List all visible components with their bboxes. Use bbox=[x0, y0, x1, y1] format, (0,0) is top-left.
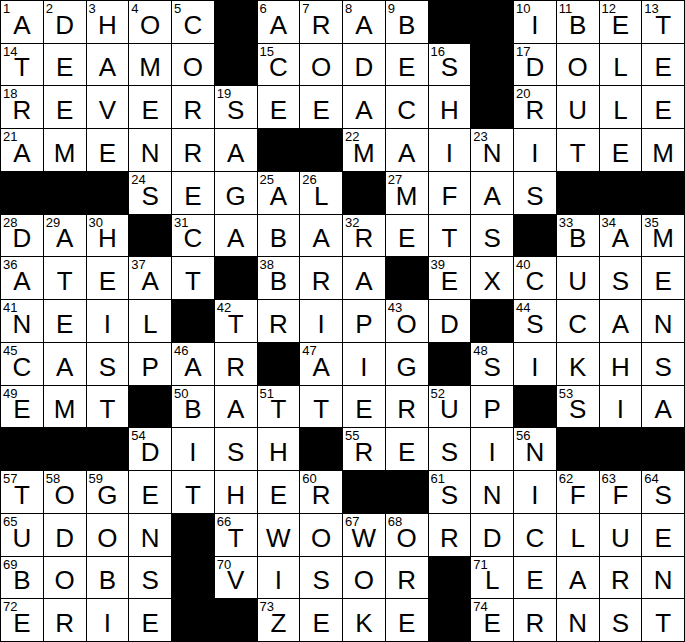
grid-cell-r6c9[interactable]: 32R bbox=[343, 215, 385, 257]
grid-cell-r12c14[interactable]: 62F bbox=[557, 471, 599, 513]
grid-cell-r7c12[interactable]: X bbox=[471, 257, 513, 299]
grid-cell-r6c14[interactable]: 33B bbox=[557, 215, 599, 257]
grid-cell-r7c15[interactable]: S bbox=[600, 257, 642, 299]
grid-cell-r6c6[interactable]: A bbox=[215, 215, 257, 257]
grid-cell-r13c2[interactable]: D bbox=[44, 514, 86, 556]
cell-letter: T bbox=[1, 481, 43, 509]
grid-cell-r11c10[interactable]: E bbox=[386, 428, 428, 470]
grid-cell-r15c7[interactable]: 73Z bbox=[258, 599, 300, 641]
cell-letter: I bbox=[514, 481, 556, 509]
grid-cell-r10c2[interactable]: M bbox=[44, 386, 86, 428]
grid-cell-r1c10[interactable]: 9B bbox=[386, 1, 428, 43]
black-cell bbox=[429, 343, 471, 385]
grid-cell-r6c8[interactable]: A bbox=[300, 215, 342, 257]
cell-letter: D bbox=[514, 53, 556, 81]
grid-cell-r6c2[interactable]: 29A bbox=[44, 215, 86, 257]
cell-letter: S bbox=[514, 310, 556, 338]
black-cell bbox=[44, 428, 86, 470]
grid-cell-r15c9[interactable]: K bbox=[343, 599, 385, 641]
grid-cell-r14c6[interactable]: 70V bbox=[215, 557, 257, 599]
grid-cell-r10c16[interactable]: A bbox=[642, 386, 684, 428]
grid-cell-r13c13[interactable]: C bbox=[514, 514, 556, 556]
grid-cell-r5c5[interactable]: E bbox=[172, 172, 214, 214]
grid-cell-r3c5[interactable]: R bbox=[172, 86, 214, 128]
grid-cell-r4c15[interactable]: E bbox=[600, 129, 642, 171]
grid-cell-r10c11[interactable]: 52U bbox=[429, 386, 471, 428]
grid-cell-r2c2[interactable]: E bbox=[44, 44, 86, 86]
black-cell bbox=[129, 215, 171, 257]
cell-letter: A bbox=[300, 353, 342, 381]
grid-cell-r5c11[interactable]: F bbox=[429, 172, 471, 214]
cell-letter: I bbox=[87, 609, 129, 637]
grid-cell-r10c14[interactable]: 53S bbox=[557, 386, 599, 428]
grid-cell-r7c2[interactable]: T bbox=[44, 257, 86, 299]
grid-cell-r8c16[interactable]: N bbox=[642, 300, 684, 342]
grid-cell-r15c1[interactable]: 72E bbox=[1, 599, 43, 641]
grid-cell-r12c4[interactable]: E bbox=[129, 471, 171, 513]
cell-letter: A bbox=[386, 139, 428, 167]
grid-cell-r1c9[interactable]: 8A bbox=[343, 1, 385, 43]
grid-cell-r6c10[interactable]: E bbox=[386, 215, 428, 257]
grid-cell-r12c12[interactable]: N bbox=[471, 471, 513, 513]
grid-cell-r15c4[interactable]: E bbox=[129, 599, 171, 641]
black-cell bbox=[343, 471, 385, 513]
grid-cell-r1c7[interactable]: 6A bbox=[258, 1, 300, 43]
black-cell bbox=[471, 44, 513, 86]
cell-letter: E bbox=[129, 481, 171, 509]
grid-cell-r3c16[interactable]: E bbox=[642, 86, 684, 128]
grid-cell-r13c10[interactable]: 68O bbox=[386, 514, 428, 556]
cell-letter: T bbox=[172, 267, 214, 295]
grid-cell-r13c3[interactable]: O bbox=[87, 514, 129, 556]
cell-letter: G bbox=[215, 182, 257, 210]
cell-letter: E bbox=[44, 310, 86, 338]
grid-cell-r9c8[interactable]: 47A bbox=[300, 343, 342, 385]
cell-letter: A bbox=[343, 267, 385, 295]
grid-cell-r2c9[interactable]: D bbox=[343, 44, 385, 86]
grid-cell-r8c13[interactable]: 44S bbox=[514, 300, 556, 342]
cell-letter: S bbox=[557, 395, 599, 423]
grid-cell-r10c1[interactable]: 49E bbox=[1, 386, 43, 428]
grid-cell-r15c3[interactable]: I bbox=[87, 599, 129, 641]
cell-letter: C bbox=[386, 96, 428, 124]
cell-letter: N bbox=[642, 566, 684, 594]
grid-cell-r7c11[interactable]: 39E bbox=[429, 257, 471, 299]
grid-cell-r3c13[interactable]: 20R bbox=[514, 86, 556, 128]
grid-cell-r3c11[interactable]: H bbox=[429, 86, 471, 128]
grid-cell-r14c14[interactable]: A bbox=[557, 557, 599, 599]
grid-cell-r8c14[interactable]: C bbox=[557, 300, 599, 342]
cell-letter: B bbox=[557, 224, 599, 252]
cell-letter: V bbox=[87, 96, 129, 124]
grid-cell-r7c16[interactable]: E bbox=[642, 257, 684, 299]
grid-cell-r1c3[interactable]: 3H bbox=[87, 1, 129, 43]
grid-cell-r12c5[interactable]: T bbox=[172, 471, 214, 513]
cell-letter: A bbox=[471, 182, 513, 210]
grid-cell-r1c8[interactable]: 7R bbox=[300, 1, 342, 43]
cell-letter: G bbox=[386, 353, 428, 381]
grid-cell-r3c1[interactable]: 18R bbox=[1, 86, 43, 128]
grid-cell-r11c7[interactable]: H bbox=[258, 428, 300, 470]
grid-cell-r5c7[interactable]: 25A bbox=[258, 172, 300, 214]
grid-cell-r10c3[interactable]: T bbox=[87, 386, 129, 428]
grid-cell-r7c9[interactable]: A bbox=[343, 257, 385, 299]
grid-cell-r8c2[interactable]: E bbox=[44, 300, 86, 342]
grid-cell-r9c3[interactable]: S bbox=[87, 343, 129, 385]
cell-letter: D bbox=[429, 310, 471, 338]
black-cell bbox=[514, 215, 556, 257]
grid-cell-r15c16[interactable]: T bbox=[642, 599, 684, 641]
grid-cell-r5c13[interactable]: S bbox=[514, 172, 556, 214]
cell-letter: T bbox=[215, 524, 257, 552]
black-cell bbox=[215, 257, 257, 299]
grid-cell-r14c2[interactable]: O bbox=[44, 557, 86, 599]
cell-letter: R bbox=[386, 566, 428, 594]
cell-letter: E bbox=[129, 96, 171, 124]
grid-cell-r1c13[interactable]: 10I bbox=[514, 1, 556, 43]
grid-cell-r4c14[interactable]: T bbox=[557, 129, 599, 171]
grid-cell-r2c8[interactable]: O bbox=[300, 44, 342, 86]
black-cell bbox=[514, 386, 556, 428]
grid-cell-r3c6[interactable]: 19S bbox=[215, 86, 257, 128]
cell-letter: A bbox=[642, 395, 684, 423]
grid-cell-r11c13[interactable]: 56N bbox=[514, 428, 556, 470]
grid-cell-r5c8[interactable]: 26L bbox=[300, 172, 342, 214]
cell-letter: S bbox=[471, 353, 513, 381]
grid-cell-r8c4[interactable]: L bbox=[129, 300, 171, 342]
grid-cell-r2c16[interactable]: E bbox=[642, 44, 684, 86]
grid-cell-r8c7[interactable]: R bbox=[258, 300, 300, 342]
grid-cell-r11c4[interactable]: 54D bbox=[129, 428, 171, 470]
grid-cell-r13c12[interactable]: D bbox=[471, 514, 513, 556]
grid-cell-r4c6[interactable]: A bbox=[215, 129, 257, 171]
grid-cell-r14c1[interactable]: 69B bbox=[1, 557, 43, 599]
cell-letter: L bbox=[471, 566, 513, 594]
cell-letter: L bbox=[557, 524, 599, 552]
grid-cell-r4c3[interactable]: E bbox=[87, 129, 129, 171]
cell-letter: M bbox=[44, 395, 86, 423]
cell-letter: L bbox=[600, 53, 642, 81]
cell-letter: I bbox=[600, 395, 642, 423]
grid-cell-r10c7[interactable]: 51T bbox=[258, 386, 300, 428]
black-cell bbox=[429, 599, 471, 641]
black-cell bbox=[471, 1, 513, 43]
grid-cell-r13c6[interactable]: 66T bbox=[215, 514, 257, 556]
grid-cell-r3c2[interactable]: E bbox=[44, 86, 86, 128]
cell-letter: C bbox=[1, 353, 43, 381]
cell-letter: E bbox=[642, 53, 684, 81]
grid-cell-r7c1[interactable]: 36A bbox=[1, 257, 43, 299]
grid-cell-r13c8[interactable]: O bbox=[300, 514, 342, 556]
grid-cell-r2c13[interactable]: 17D bbox=[514, 44, 556, 86]
grid-cell-r13c4[interactable]: N bbox=[129, 514, 171, 556]
grid-cell-r10c8[interactable]: T bbox=[300, 386, 342, 428]
grid-cell-r4c4[interactable]: N bbox=[129, 129, 171, 171]
black-cell bbox=[44, 172, 86, 214]
cell-letter: H bbox=[87, 11, 129, 39]
grid-cell-r3c10[interactable]: C bbox=[386, 86, 428, 128]
grid-cell-r5c4[interactable]: 24S bbox=[129, 172, 171, 214]
cell-letter: R bbox=[215, 353, 257, 381]
grid-cell-r13c14[interactable]: L bbox=[557, 514, 599, 556]
cell-letter: T bbox=[1, 53, 43, 81]
cell-letter: H bbox=[87, 224, 129, 252]
grid-cell-r13c1[interactable]: 65U bbox=[1, 514, 43, 556]
grid-cell-r6c5[interactable]: 31C bbox=[172, 215, 214, 257]
grid-cell-r14c13[interactable]: E bbox=[514, 557, 556, 599]
grid-cell-r15c10[interactable]: E bbox=[386, 599, 428, 641]
grid-cell-r4c9[interactable]: 22M bbox=[343, 129, 385, 171]
grid-cell-r10c9[interactable]: E bbox=[343, 386, 385, 428]
cell-letter: B bbox=[386, 11, 428, 39]
grid-cell-r15c8[interactable]: E bbox=[300, 599, 342, 641]
grid-cell-r9c10[interactable]: G bbox=[386, 343, 428, 385]
grid-cell-r6c15[interactable]: 34A bbox=[600, 215, 642, 257]
grid-cell-r11c9[interactable]: 55R bbox=[343, 428, 385, 470]
black-cell bbox=[215, 44, 257, 86]
cell-letter: B bbox=[1, 566, 43, 594]
cell-letter: E bbox=[386, 53, 428, 81]
cell-letter: R bbox=[172, 139, 214, 167]
grid-cell-r9c13[interactable]: I bbox=[514, 343, 556, 385]
grid-cell-r6c3[interactable]: 30H bbox=[87, 215, 129, 257]
grid-cell-r12c3[interactable]: 59G bbox=[87, 471, 129, 513]
grid-cell-r7c3[interactable]: E bbox=[87, 257, 129, 299]
grid-cell-r3c7[interactable]: E bbox=[258, 86, 300, 128]
cell-letter: E bbox=[87, 267, 129, 295]
cell-letter: E bbox=[514, 566, 556, 594]
cell-letter: E bbox=[258, 96, 300, 124]
cell-letter: T bbox=[44, 267, 86, 295]
cell-letter: G bbox=[87, 481, 129, 509]
grid-cell-r3c9[interactable]: A bbox=[343, 86, 385, 128]
cell-letter: A bbox=[343, 11, 385, 39]
cell-letter: S bbox=[215, 438, 257, 466]
grid-cell-r14c9[interactable]: O bbox=[343, 557, 385, 599]
grid-cell-r12c8[interactable]: 60R bbox=[300, 471, 342, 513]
grid-cell-r14c4[interactable]: S bbox=[129, 557, 171, 599]
grid-cell-r14c16[interactable]: N bbox=[642, 557, 684, 599]
grid-cell-r13c16[interactable]: E bbox=[642, 514, 684, 556]
cell-letter: A bbox=[343, 96, 385, 124]
cell-letter: R bbox=[343, 438, 385, 466]
cell-letter: S bbox=[600, 267, 642, 295]
black-cell bbox=[172, 300, 214, 342]
grid-cell-r4c5[interactable]: R bbox=[172, 129, 214, 171]
cell-letter: I bbox=[514, 11, 556, 39]
grid-cell-r8c11[interactable]: D bbox=[429, 300, 471, 342]
grid-cell-r5c12[interactable]: A bbox=[471, 172, 513, 214]
grid-cell-r6c16[interactable]: 35M bbox=[642, 215, 684, 257]
grid-cell-r7c5[interactable]: T bbox=[172, 257, 214, 299]
grid-cell-r4c16[interactable]: M bbox=[642, 129, 684, 171]
grid-cell-r15c13[interactable]: R bbox=[514, 599, 556, 641]
grid-cell-r4c10[interactable]: A bbox=[386, 129, 428, 171]
grid-cell-r9c12[interactable]: 48S bbox=[471, 343, 513, 385]
grid-cell-r13c15[interactable]: U bbox=[600, 514, 642, 556]
grid-cell-r4c11[interactable]: I bbox=[429, 129, 471, 171]
grid-cell-r1c14[interactable]: 11B bbox=[557, 1, 599, 43]
grid-cell-r11c6[interactable]: S bbox=[215, 428, 257, 470]
grid-cell-r13c7[interactable]: W bbox=[258, 514, 300, 556]
grid-cell-r8c9[interactable]: P bbox=[343, 300, 385, 342]
black-cell bbox=[215, 599, 257, 641]
cell-letter: I bbox=[87, 310, 129, 338]
grid-cell-r8c6[interactable]: 42T bbox=[215, 300, 257, 342]
grid-cell-r1c15[interactable]: 12E bbox=[600, 1, 642, 43]
cell-letter: E bbox=[642, 524, 684, 552]
cell-letter: I bbox=[471, 438, 513, 466]
grid-cell-r6c7[interactable]: B bbox=[258, 215, 300, 257]
grid-cell-r11c11[interactable]: S bbox=[429, 428, 471, 470]
grid-cell-r6c12[interactable]: S bbox=[471, 215, 513, 257]
black-cell bbox=[300, 428, 342, 470]
grid-cell-r4c1[interactable]: 21A bbox=[1, 129, 43, 171]
grid-cell-r4c2[interactable]: M bbox=[44, 129, 86, 171]
grid-cell-r10c15[interactable]: I bbox=[600, 386, 642, 428]
grid-cell-r8c10[interactable]: 43O bbox=[386, 300, 428, 342]
grid-cell-r4c12[interactable]: 23N bbox=[471, 129, 513, 171]
grid-cell-r12c13[interactable]: I bbox=[514, 471, 556, 513]
grid-cell-r14c10[interactable]: R bbox=[386, 557, 428, 599]
cell-letter: T bbox=[300, 395, 342, 423]
grid-cell-r15c15[interactable]: S bbox=[600, 599, 642, 641]
grid-cell-r6c11[interactable]: T bbox=[429, 215, 471, 257]
grid-cell-r9c5[interactable]: 46A bbox=[172, 343, 214, 385]
grid-cell-r7c14[interactable]: U bbox=[557, 257, 599, 299]
cell-letter: R bbox=[300, 267, 342, 295]
cell-letter: N bbox=[514, 438, 556, 466]
grid-cell-r2c3[interactable]: A bbox=[87, 44, 129, 86]
cell-letter: O bbox=[44, 481, 86, 509]
grid-cell-r9c6[interactable]: R bbox=[215, 343, 257, 385]
grid-cell-r1c16[interactable]: 13T bbox=[642, 1, 684, 43]
cell-letter: M bbox=[129, 53, 171, 81]
cell-letter: S bbox=[129, 182, 171, 210]
grid-cell-r4c13[interactable]: I bbox=[514, 129, 556, 171]
grid-cell-r12c2[interactable]: 58O bbox=[44, 471, 86, 513]
black-cell bbox=[642, 428, 684, 470]
cell-letter: A bbox=[557, 566, 599, 594]
cell-letter: E bbox=[258, 481, 300, 509]
cell-letter: K bbox=[557, 353, 599, 381]
grid-cell-r2c11[interactable]: 16S bbox=[429, 44, 471, 86]
grid-cell-r2c14[interactable]: O bbox=[557, 44, 599, 86]
grid-cell-r6c1[interactable]: 28D bbox=[1, 215, 43, 257]
grid-cell-r7c13[interactable]: 40C bbox=[514, 257, 556, 299]
grid-cell-r8c15[interactable]: A bbox=[600, 300, 642, 342]
cell-letter: A bbox=[1, 139, 43, 167]
grid-cell-r5c10[interactable]: 27M bbox=[386, 172, 428, 214]
grid-cell-r10c12[interactable]: P bbox=[471, 386, 513, 428]
grid-cell-r7c8[interactable]: R bbox=[300, 257, 342, 299]
grid-cell-r2c15[interactable]: L bbox=[600, 44, 642, 86]
grid-cell-r9c4[interactable]: P bbox=[129, 343, 171, 385]
grid-cell-r15c2[interactable]: R bbox=[44, 599, 86, 641]
cell-letter: E bbox=[300, 96, 342, 124]
cell-letter: A bbox=[215, 139, 257, 167]
grid-cell-r9c14[interactable]: K bbox=[557, 343, 599, 385]
grid-cell-r10c6[interactable]: A bbox=[215, 386, 257, 428]
grid-cell-r3c4[interactable]: E bbox=[129, 86, 171, 128]
grid-cell-r3c3[interactable]: V bbox=[87, 86, 129, 128]
grid-cell-r12c6[interactable]: H bbox=[215, 471, 257, 513]
grid-cell-r11c12[interactable]: I bbox=[471, 428, 513, 470]
grid-cell-r10c5[interactable]: 50B bbox=[172, 386, 214, 428]
grid-cell-r9c2[interactable]: A bbox=[44, 343, 86, 385]
grid-cell-r8c8[interactable]: I bbox=[300, 300, 342, 342]
cell-letter: D bbox=[129, 438, 171, 466]
cell-letter: E bbox=[172, 182, 214, 210]
cell-letter: N bbox=[642, 310, 684, 338]
black-cell bbox=[429, 557, 471, 599]
grid-cell-r14c7[interactable]: I bbox=[258, 557, 300, 599]
grid-cell-r12c11[interactable]: 61S bbox=[429, 471, 471, 513]
grid-cell-r1c1[interactable]: 1A bbox=[1, 1, 43, 43]
cell-letter: H bbox=[258, 438, 300, 466]
grid-cell-r15c12[interactable]: 74E bbox=[471, 599, 513, 641]
grid-cell-r2c10[interactable]: E bbox=[386, 44, 428, 86]
cell-letter: M bbox=[386, 182, 428, 210]
grid-cell-r10c10[interactable]: R bbox=[386, 386, 428, 428]
grid-cell-r9c16[interactable]: S bbox=[642, 343, 684, 385]
cell-letter: E bbox=[386, 224, 428, 252]
grid-cell-r14c12[interactable]: 71L bbox=[471, 557, 513, 599]
grid-cell-r7c4[interactable]: 37A bbox=[129, 257, 171, 299]
grid-cell-r1c2[interactable]: 2D bbox=[44, 1, 86, 43]
cell-letter: R bbox=[172, 96, 214, 124]
grid-cell-r9c1[interactable]: 45C bbox=[1, 343, 43, 385]
grid-cell-r12c1[interactable]: 57T bbox=[1, 471, 43, 513]
grid-cell-r14c8[interactable]: S bbox=[300, 557, 342, 599]
grid-cell-r7c7[interactable]: 38B bbox=[258, 257, 300, 299]
grid-cell-r3c14[interactable]: U bbox=[557, 86, 599, 128]
cell-letter: O bbox=[129, 11, 171, 39]
grid-cell-r12c7[interactable]: E bbox=[258, 471, 300, 513]
cell-letter: I bbox=[514, 139, 556, 167]
grid-cell-r3c15[interactable]: L bbox=[600, 86, 642, 128]
cell-letter: T bbox=[258, 395, 300, 423]
grid-cell-r2c5[interactable]: O bbox=[172, 44, 214, 86]
cell-letter: B bbox=[172, 395, 214, 423]
grid-cell-r11c5[interactable]: I bbox=[172, 428, 214, 470]
grid-cell-r1c4[interactable]: 4O bbox=[129, 1, 171, 43]
cell-letter: N bbox=[1, 310, 43, 338]
cell-letter: U bbox=[429, 395, 471, 423]
cell-letter: E bbox=[1, 609, 43, 637]
cell-letter: R bbox=[300, 481, 342, 509]
grid-cell-r13c9[interactable]: 67W bbox=[343, 514, 385, 556]
grid-cell-r9c9[interactable]: I bbox=[343, 343, 385, 385]
grid-cell-r2c4[interactable]: M bbox=[129, 44, 171, 86]
grid-cell-r15c14[interactable]: N bbox=[557, 599, 599, 641]
cell-letter: E bbox=[600, 11, 642, 39]
grid-cell-r3c8[interactable]: E bbox=[300, 86, 342, 128]
grid-cell-r9c15[interactable]: H bbox=[600, 343, 642, 385]
grid-cell-r5c6[interactable]: G bbox=[215, 172, 257, 214]
grid-cell-r12c15[interactable]: 63F bbox=[600, 471, 642, 513]
cell-letter: S bbox=[429, 481, 471, 509]
grid-cell-r8c3[interactable]: I bbox=[87, 300, 129, 342]
grid-cell-r14c15[interactable]: R bbox=[600, 557, 642, 599]
grid-cell-r2c1[interactable]: 14T bbox=[1, 44, 43, 86]
grid-cell-r13c11[interactable]: R bbox=[429, 514, 471, 556]
grid-cell-r2c7[interactable]: 15C bbox=[258, 44, 300, 86]
grid-cell-r8c1[interactable]: 41N bbox=[1, 300, 43, 342]
grid-cell-r12c16[interactable]: 64S bbox=[642, 471, 684, 513]
grid-cell-r1c5[interactable]: 5C bbox=[172, 1, 214, 43]
grid-cell-r14c3[interactable]: B bbox=[87, 557, 129, 599]
